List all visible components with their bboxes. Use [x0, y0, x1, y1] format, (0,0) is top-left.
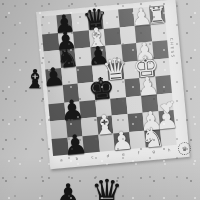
chessboard-photo: ♟♛♟♜♟♝♞♟♟♟♛♚♚♟♟♝♟♟♟♟♞ abcdefgh CHESS ♛ ♝… — [0, 0, 200, 200]
piece-black-pawn-b3: ♟ — [59, 95, 86, 124]
file-label-h: h — [168, 147, 171, 152]
file-label-c: c — [91, 154, 94, 159]
black-bishop-on-table-left: ♝ — [23, 66, 46, 92]
file-label-f: f — [137, 150, 139, 155]
board-corner-emblem: ♛ — [177, 142, 191, 156]
piece-black-king-d4: ♚ — [87, 72, 117, 104]
black-queen-on-table-bottom: ♛ — [91, 175, 123, 200]
piece-white-pawn-g4: ♟ — [136, 72, 161, 99]
piece-black-pawn-b1: ♟ — [62, 130, 89, 159]
piece-white-pawn-e1: ♟ — [109, 128, 134, 155]
piece-white-rook-h8: ♜ — [146, 3, 169, 28]
emblem-crown-icon: ♛ — [182, 145, 188, 151]
chessboard-grid: ♟♛♟♜♟♝♞♟♟♟♛♚♚♟♟♝♟♟♟♟♞ — [40, 5, 176, 156]
vinyl-chess-mat: ♟♛♟♜♟♝♞♟♟♟♛♚♚♟♟♝♟♟♟♟♞ abcdefgh CHESS ♛ — [36, 0, 190, 169]
file-label-d: d — [106, 152, 109, 157]
black-pawn-on-table-bottom: ♟ — [56, 180, 80, 200]
file-label-a: a — [60, 157, 63, 162]
piece-white-knight-g1: ♞ — [139, 123, 166, 152]
